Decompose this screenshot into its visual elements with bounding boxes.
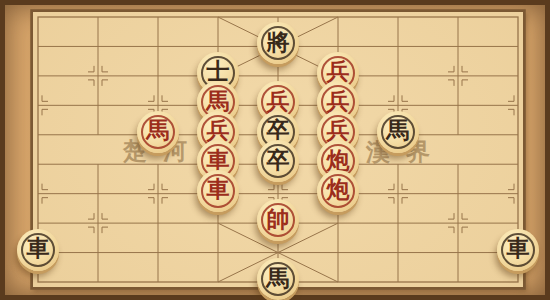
piece-glyph: 馬: [377, 110, 419, 152]
piece-black-horse[interactable]: 馬: [257, 258, 299, 300]
piece-glyph: 車: [497, 228, 539, 270]
piece-glyph: 馬: [257, 257, 299, 299]
piece-glyph: 將: [257, 21, 299, 63]
piece-black-horse[interactable]: 馬: [377, 111, 419, 153]
piece-glyph: 馬: [137, 110, 179, 152]
piece-glyph: 帥: [257, 198, 299, 240]
piece-glyph: 車: [197, 169, 239, 211]
piece-black-general[interactable]: 將: [257, 22, 299, 64]
piece-glyph: 卒: [257, 139, 299, 181]
piece-red-horse[interactable]: 馬: [137, 111, 179, 153]
piece-glyph: 炮: [317, 169, 359, 211]
piece-red-cannon[interactable]: 炮: [317, 170, 359, 212]
pieces-layer: 將士兵馬兵兵馬兵卒兵馬車卒炮車炮帥車車馬: [0, 0, 550, 300]
piece-glyph: 車: [17, 228, 59, 270]
piece-black-soldier[interactable]: 卒: [257, 140, 299, 182]
piece-black-chariot[interactable]: 車: [497, 229, 539, 271]
piece-red-chariot[interactable]: 車: [197, 170, 239, 212]
piece-black-chariot[interactable]: 車: [17, 229, 59, 271]
xiangqi-game-screen: 楚河 漢界 將士兵馬兵兵馬兵卒兵馬車卒炮車炮帥車車馬: [0, 0, 550, 300]
piece-red-general[interactable]: 帥: [257, 199, 299, 241]
